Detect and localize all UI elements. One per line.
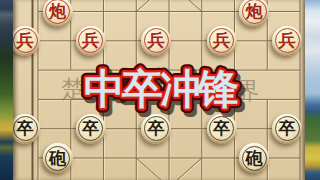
piece-character: 卒 bbox=[76, 114, 106, 144]
piece-character: 兵 bbox=[10, 26, 40, 56]
piece-red-soldier[interactable]: 兵 bbox=[141, 26, 171, 56]
piece-red-soldier[interactable]: 兵 bbox=[76, 26, 106, 56]
piece-character: 卒 bbox=[10, 114, 40, 144]
piece-character: 兵 bbox=[272, 26, 302, 56]
piece-character: 炮 bbox=[43, 0, 73, 27]
piece-black-cannon[interactable]: 砲 bbox=[43, 143, 73, 173]
pieces-layer: 炮炮兵兵兵兵兵卒卒卒卒卒砲砲 bbox=[0, 0, 320, 180]
piece-red-soldier[interactable]: 兵 bbox=[272, 26, 302, 56]
piece-character: 砲 bbox=[43, 143, 73, 173]
piece-red-cannon[interactable]: 炮 bbox=[239, 0, 269, 27]
piece-black-soldier[interactable]: 卒 bbox=[141, 114, 171, 144]
piece-character: 砲 bbox=[239, 143, 269, 173]
piece-black-soldier[interactable]: 卒 bbox=[272, 114, 302, 144]
background-photo-right bbox=[305, 0, 320, 180]
piece-character: 兵 bbox=[141, 26, 171, 56]
piece-character: 炮 bbox=[239, 0, 269, 27]
piece-character: 卒 bbox=[207, 114, 237, 144]
piece-character: 兵 bbox=[207, 26, 237, 56]
piece-black-soldier[interactable]: 卒 bbox=[76, 114, 106, 144]
piece-black-cannon[interactable]: 砲 bbox=[239, 143, 269, 173]
piece-red-soldier[interactable]: 兵 bbox=[207, 26, 237, 56]
piece-red-soldier[interactable]: 兵 bbox=[10, 26, 40, 56]
piece-black-soldier[interactable]: 卒 bbox=[10, 114, 40, 144]
video-thumbnail: 楚 界 炮炮兵兵兵兵兵卒卒卒卒卒砲砲 中卒冲锋 中卒冲锋 中卒冲锋 中卒冲锋 bbox=[0, 0, 320, 180]
background-photo-left bbox=[0, 0, 13, 180]
piece-red-cannon[interactable]: 炮 bbox=[43, 0, 73, 27]
piece-black-soldier[interactable]: 卒 bbox=[207, 114, 237, 144]
piece-character: 卒 bbox=[272, 114, 302, 144]
piece-character: 兵 bbox=[76, 26, 106, 56]
piece-character: 卒 bbox=[141, 114, 171, 144]
